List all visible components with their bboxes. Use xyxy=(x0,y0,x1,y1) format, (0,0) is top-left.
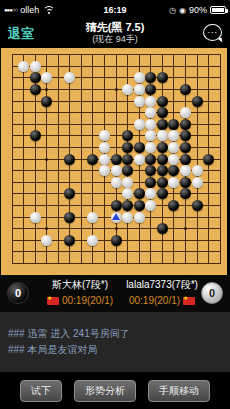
go-stone-white[interactable] xyxy=(145,119,156,130)
go-stone-black[interactable] xyxy=(122,154,133,165)
go-stone-black[interactable] xyxy=(157,177,168,188)
go-stone-black[interactable] xyxy=(157,107,168,118)
go-stone-black[interactable] xyxy=(180,84,191,95)
go-stone-black[interactable] xyxy=(168,165,179,176)
go-stone-black[interactable] xyxy=(192,200,203,211)
battery-icon xyxy=(210,6,226,14)
black-player-info: 斯大林(7段*) ★ 00:19(20/1) xyxy=(36,278,124,306)
carrier-label: olleh xyxy=(20,5,39,15)
alarm-clock-icon: ◷ xyxy=(169,6,176,15)
go-stone-white[interactable] xyxy=(145,142,156,153)
go-stone-white[interactable] xyxy=(157,130,168,141)
last-move-marker xyxy=(112,213,120,220)
go-stone-white[interactable] xyxy=(134,72,145,83)
star-point xyxy=(45,88,48,91)
chat-bubble-dots: ··· xyxy=(207,27,218,37)
black-player-clock: 00:19(20/1) xyxy=(62,295,113,306)
bottom-toolbar: 试下 形势分析 手顺移动 xyxy=(0,372,230,409)
go-stone-black[interactable] xyxy=(168,200,179,211)
go-stone-white[interactable] xyxy=(111,177,122,188)
star-point xyxy=(115,227,118,230)
star-point xyxy=(45,158,48,161)
wifi-icon xyxy=(43,6,55,15)
go-stone-white[interactable] xyxy=(134,84,145,95)
go-stone-black[interactable] xyxy=(30,130,41,141)
go-stone-white[interactable] xyxy=(30,61,41,72)
chat-bubble-tail xyxy=(217,38,222,44)
status-right-cluster: ◷ ◉ 90% xyxy=(169,5,226,15)
go-stone-white[interactable] xyxy=(180,165,191,176)
board-line xyxy=(197,55,198,264)
go-stone-black[interactable] xyxy=(157,154,168,165)
go-stone-white[interactable] xyxy=(99,130,110,141)
go-stone-black[interactable] xyxy=(180,142,191,153)
go-stone-white[interactable] xyxy=(192,165,203,176)
go-stone-white[interactable] xyxy=(168,142,179,153)
go-stone-white[interactable] xyxy=(111,165,122,176)
go-stone-white[interactable] xyxy=(99,142,110,153)
chat-message: ### 本局是友谊对局 xyxy=(8,342,230,358)
white-player-name: lalala7373(7段*) xyxy=(118,278,206,292)
black-player-flag-china: ★ xyxy=(47,297,59,305)
go-stone-black[interactable] xyxy=(157,223,168,234)
go-stone-black[interactable] xyxy=(64,212,75,223)
go-stone-white[interactable] xyxy=(145,130,156,141)
go-stone-white[interactable] xyxy=(122,212,133,223)
board-line xyxy=(12,251,221,252)
go-stone-black[interactable] xyxy=(122,142,133,153)
go-stone-white[interactable] xyxy=(134,96,145,107)
go-stone-black[interactable] xyxy=(157,72,168,83)
go-stone-white[interactable] xyxy=(145,107,156,118)
go-stone-white[interactable] xyxy=(134,119,145,130)
move-counter: (现在 94手) xyxy=(86,34,145,45)
go-stone-white[interactable] xyxy=(18,61,29,72)
game-title-block: 猜先(黑 7.5) (现在 94手) xyxy=(86,21,145,45)
black-captures-badge: 0 xyxy=(7,282,29,304)
battery-percent: 90% xyxy=(189,5,207,15)
star-point xyxy=(184,227,187,230)
go-stone-black[interactable] xyxy=(134,200,145,211)
go-stone-black[interactable] xyxy=(87,154,98,165)
white-player-flag-china: ★ xyxy=(183,297,195,305)
black-player-name: 斯大林(7段*) xyxy=(36,278,124,292)
app-screen: ●●●○○ olleh 16:19 ◷ ◉ 90% 退室 猜先(黑 7.5) (… xyxy=(0,0,230,409)
chat-log[interactable]: ### 迅雷 进入 241号房间了 ### 本局是友谊对局 xyxy=(0,312,230,372)
app-header: 退室 猜先(黑 7.5) (现在 94手) ··· xyxy=(0,20,230,48)
go-stone-black[interactable] xyxy=(64,188,75,199)
go-stone-white[interactable] xyxy=(134,154,145,165)
go-stone-black[interactable] xyxy=(134,188,145,199)
go-stone-black[interactable] xyxy=(203,154,214,165)
go-stone-black[interactable] xyxy=(122,130,133,141)
go-stone-white[interactable] xyxy=(64,72,75,83)
go-stone-white[interactable] xyxy=(145,200,156,211)
go-stone-black[interactable] xyxy=(180,188,191,199)
go-stone-black[interactable] xyxy=(145,154,156,165)
go-stone-black[interactable] xyxy=(111,154,122,165)
go-stone-black[interactable] xyxy=(145,177,156,188)
go-stone-black[interactable] xyxy=(180,130,191,141)
go-stone-black[interactable] xyxy=(180,119,191,130)
go-stone-black[interactable] xyxy=(180,177,191,188)
signal-strength-icon: ●●●○○ xyxy=(4,7,17,13)
status-bar: ●●●○○ olleh 16:19 ◷ ◉ 90% xyxy=(0,0,230,20)
go-stone-white[interactable] xyxy=(30,212,41,223)
go-stone-white[interactable] xyxy=(180,107,191,118)
go-stone-black[interactable] xyxy=(41,96,52,107)
go-stone-white[interactable] xyxy=(134,212,145,223)
star-point xyxy=(45,227,48,230)
white-player-clock: 00:19(20/1) xyxy=(129,295,180,306)
white-captures-badge: 0 xyxy=(201,282,223,304)
go-stone-white[interactable] xyxy=(99,165,110,176)
go-stone-black[interactable] xyxy=(157,96,168,107)
go-stone-black[interactable] xyxy=(157,165,168,176)
go-stone-white[interactable] xyxy=(168,177,179,188)
go-stone-white[interactable] xyxy=(87,212,98,223)
go-stone-white[interactable] xyxy=(192,177,203,188)
go-stone-black[interactable] xyxy=(64,154,75,165)
go-stone-black[interactable] xyxy=(111,200,122,211)
leave-room-button[interactable]: 退室 xyxy=(8,25,34,43)
white-player-info: lalala7373(7段*) 00:19(20/1) ★ xyxy=(118,278,206,306)
go-stone-black[interactable] xyxy=(122,165,133,176)
go-stone-white[interactable] xyxy=(122,84,133,95)
try-move-button[interactable]: 试下 xyxy=(20,380,62,402)
board-line xyxy=(220,55,221,264)
go-stone-black[interactable] xyxy=(180,154,191,165)
status-time: 16:19 xyxy=(103,5,126,15)
go-stone-black[interactable] xyxy=(157,188,168,199)
go-stone-white[interactable] xyxy=(41,235,52,246)
chat-bubble-icon[interactable]: ··· xyxy=(203,24,222,41)
go-stone-black[interactable] xyxy=(122,200,133,211)
go-stone-black[interactable] xyxy=(157,142,168,153)
position-analysis-button[interactable]: 形势分析 xyxy=(74,380,136,402)
star-point xyxy=(115,88,118,91)
go-stone-black[interactable] xyxy=(111,235,122,246)
go-stone-white[interactable] xyxy=(145,96,156,107)
go-stone-black[interactable] xyxy=(134,142,145,153)
go-stone-white[interactable] xyxy=(122,177,133,188)
go-stone-white[interactable] xyxy=(145,188,156,199)
go-stone-black[interactable] xyxy=(145,165,156,176)
rotation-lock-icon: ◉ xyxy=(179,6,186,15)
go-stone-black[interactable] xyxy=(64,235,75,246)
board-line xyxy=(12,263,221,264)
go-stone-white[interactable] xyxy=(87,235,98,246)
move-navigation-button[interactable]: 手顺移动 xyxy=(148,380,210,402)
game-title: 猜先(黑 7.5) xyxy=(86,21,145,34)
go-stone-black[interactable] xyxy=(30,72,41,83)
go-stone-white[interactable] xyxy=(168,130,179,141)
go-stone-black[interactable] xyxy=(30,84,41,95)
players-bar: 0 斯大林(7段*) ★ 00:19(20/1) lalala7373(7段*)… xyxy=(0,275,230,312)
go-stone-black[interactable] xyxy=(145,72,156,83)
go-board[interactable] xyxy=(0,48,230,275)
go-stone-black[interactable] xyxy=(168,119,179,130)
go-stone-white[interactable] xyxy=(168,154,179,165)
chat-message: ### 迅雷 进入 241号房间了 xyxy=(8,326,230,342)
go-stone-black[interactable] xyxy=(192,96,203,107)
go-stone-white[interactable] xyxy=(41,72,52,83)
go-stone-black[interactable] xyxy=(157,119,168,130)
go-stone-white[interactable] xyxy=(99,154,110,165)
go-stone-black[interactable] xyxy=(145,84,156,95)
go-stone-white[interactable] xyxy=(122,188,133,199)
